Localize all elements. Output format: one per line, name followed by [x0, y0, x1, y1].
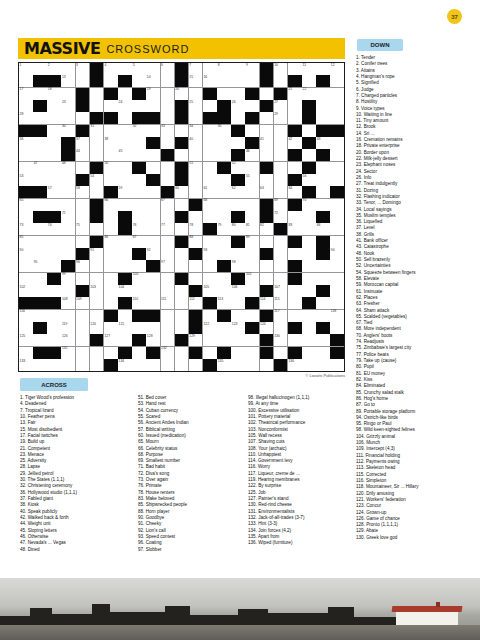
grid-cell[interactable]: [260, 260, 274, 272]
grid-cell[interactable]: 126: [61, 334, 75, 346]
grid-cell[interactable]: [175, 199, 189, 211]
grid-cell[interactable]: [47, 322, 61, 334]
grid-cell[interactable]: [76, 322, 90, 334]
grid-cell[interactable]: 24: [118, 100, 132, 112]
grid-cell[interactable]: [61, 248, 75, 260]
grid-cell[interactable]: [175, 347, 189, 359]
grid-cell[interactable]: [104, 285, 118, 297]
grid-cell[interactable]: [288, 248, 302, 260]
grid-cell[interactable]: [189, 260, 203, 272]
grid-cell[interactable]: [302, 322, 316, 334]
grid-cell[interactable]: 111: [161, 297, 175, 309]
grid-cell[interactable]: [33, 112, 47, 124]
grid-cell[interactable]: [118, 248, 132, 260]
grid-cell[interactable]: [330, 88, 344, 100]
grid-cell[interactable]: [132, 100, 146, 112]
grid-cell[interactable]: [231, 88, 245, 100]
grid-cell[interactable]: 12: [330, 63, 344, 75]
grid-cell[interactable]: 134: [118, 359, 132, 371]
grid-cell[interactable]: [118, 162, 132, 174]
grid-cell[interactable]: [33, 199, 47, 211]
grid-cell[interactable]: [231, 137, 245, 149]
grid-cell[interactable]: [316, 297, 330, 309]
grid-cell[interactable]: [330, 359, 344, 371]
grid-cell[interactable]: [302, 285, 316, 297]
grid-cell[interactable]: 106: [231, 285, 245, 297]
grid-cell[interactable]: [316, 359, 330, 371]
grid-cell[interactable]: 87: [132, 236, 146, 248]
grid-cell[interactable]: [260, 112, 274, 124]
grid-cell[interactable]: [118, 125, 132, 137]
grid-cell[interactable]: [61, 236, 75, 248]
grid-cell[interactable]: 100: [132, 273, 146, 285]
grid-cell[interactable]: [274, 260, 288, 272]
grid-cell[interactable]: [47, 359, 61, 371]
grid-cell[interactable]: [302, 75, 316, 87]
grid-cell[interactable]: [132, 359, 146, 371]
grid-cell[interactable]: 83: [288, 223, 302, 235]
grid-cell[interactable]: [76, 236, 90, 248]
grid-cell[interactable]: [189, 186, 203, 198]
grid-cell[interactable]: [90, 359, 104, 371]
grid-cell[interactable]: 35: [217, 125, 231, 137]
grid-cell[interactable]: [245, 310, 259, 322]
grid-cell[interactable]: [146, 236, 160, 248]
grid-cell[interactable]: [19, 211, 33, 223]
grid-cell[interactable]: [118, 260, 132, 272]
grid-cell[interactable]: [203, 149, 217, 161]
grid-cell[interactable]: [33, 248, 47, 260]
grid-cell[interactable]: [316, 100, 330, 112]
grid-cell[interactable]: 121: [118, 322, 132, 334]
grid-cell[interactable]: 136: [288, 359, 302, 371]
grid-cell[interactable]: [231, 310, 245, 322]
grid-cell[interactable]: [161, 162, 175, 174]
grid-cell[interactable]: [104, 125, 118, 137]
grid-cell[interactable]: [274, 162, 288, 174]
grid-cell[interactable]: [47, 125, 61, 137]
grid-cell[interactable]: [33, 174, 47, 186]
grid-cell[interactable]: [217, 285, 231, 297]
grid-cell[interactable]: [302, 359, 316, 371]
grid-cell[interactable]: [90, 273, 104, 285]
grid-cell[interactable]: 103: [90, 285, 104, 297]
grid-cell[interactable]: 84: [316, 223, 330, 235]
grid-cell[interactable]: 25: [189, 100, 203, 112]
grid-cell[interactable]: 32: [132, 125, 146, 137]
grid-cell[interactable]: [47, 310, 61, 322]
grid-cell[interactable]: 90: [19, 248, 33, 260]
grid-cell[interactable]: [189, 174, 203, 186]
grid-cell[interactable]: 122: [203, 322, 217, 334]
grid-cell[interactable]: [175, 149, 189, 161]
grid-cell[interactable]: [288, 162, 302, 174]
grid-cell[interactable]: [330, 199, 344, 211]
grid-cell[interactable]: 5: [132, 63, 146, 75]
grid-cell[interactable]: 62: [231, 186, 245, 198]
grid-cell[interactable]: 20: [175, 88, 189, 100]
grid-cell[interactable]: [330, 297, 344, 309]
grid-cell[interactable]: [302, 236, 316, 248]
grid-cell[interactable]: 78: [189, 223, 203, 235]
grid-cell[interactable]: [175, 223, 189, 235]
grid-cell[interactable]: 29: [274, 112, 288, 124]
grid-cell[interactable]: [104, 248, 118, 260]
grid-cell[interactable]: [330, 322, 344, 334]
grid-cell[interactable]: [161, 322, 175, 334]
grid-cell[interactable]: [47, 285, 61, 297]
grid-cell[interactable]: 101: [245, 273, 259, 285]
grid-cell[interactable]: [19, 149, 33, 161]
grid-cell[interactable]: [132, 174, 146, 186]
grid-cell[interactable]: 115: [274, 297, 288, 309]
grid-cell[interactable]: [260, 273, 274, 285]
grid-cell[interactable]: [90, 297, 104, 309]
grid-cell[interactable]: 45: [118, 149, 132, 161]
grid-cell[interactable]: [161, 285, 175, 297]
grid-cell[interactable]: [203, 162, 217, 174]
grid-cell[interactable]: 135: [217, 359, 231, 371]
grid-cell[interactable]: [146, 285, 160, 297]
grid-cell[interactable]: [175, 260, 189, 272]
grid-cell[interactable]: 105: [203, 285, 217, 297]
grid-cell[interactable]: [19, 322, 33, 334]
grid-cell[interactable]: [231, 248, 245, 260]
grid-cell[interactable]: [104, 260, 118, 272]
grid-cell[interactable]: [217, 149, 231, 161]
grid-cell[interactable]: [61, 63, 75, 75]
grid-cell[interactable]: [47, 248, 61, 260]
grid-cell[interactable]: [118, 310, 132, 322]
grid-cell[interactable]: [61, 285, 75, 297]
grid-cell[interactable]: 34: [189, 125, 203, 137]
grid-cell[interactable]: 41: [260, 137, 274, 149]
grid-cell[interactable]: [76, 310, 90, 322]
grid-cell[interactable]: 129: [189, 334, 203, 346]
grid-cell[interactable]: [274, 347, 288, 359]
grid-cell[interactable]: [132, 186, 146, 198]
grid-cell[interactable]: 40: [189, 137, 203, 149]
grid-cell[interactable]: 63: [260, 186, 274, 198]
grid-cell[interactable]: [47, 174, 61, 186]
grid-cell[interactable]: 71: [61, 211, 75, 223]
grid-cell[interactable]: 132: [161, 347, 175, 359]
grid-cell[interactable]: [316, 186, 330, 198]
grid-cell[interactable]: [260, 359, 274, 371]
grid-cell[interactable]: 125: [19, 334, 33, 346]
grid-cell[interactable]: 123: [231, 322, 245, 334]
grid-cell[interactable]: 94: [330, 248, 344, 260]
grid-cell[interactable]: [316, 199, 330, 211]
grid-cell[interactable]: [245, 334, 259, 346]
grid-cell[interactable]: [132, 199, 146, 211]
grid-cell[interactable]: [175, 359, 189, 371]
grid-cell[interactable]: 30: [61, 125, 75, 137]
grid-cell[interactable]: [245, 186, 259, 198]
grid-cell[interactable]: 56: [302, 174, 316, 186]
grid-cell[interactable]: [76, 199, 90, 211]
grid-cell[interactable]: 55: [245, 174, 259, 186]
grid-cell[interactable]: [175, 297, 189, 309]
grid-cell[interactable]: [132, 260, 146, 272]
grid-cell[interactable]: [330, 149, 344, 161]
grid-cell[interactable]: [161, 334, 175, 346]
grid-cell[interactable]: [146, 162, 160, 174]
grid-cell[interactable]: [61, 88, 75, 100]
grid-cell[interactable]: [61, 223, 75, 235]
grid-cell[interactable]: [217, 88, 231, 100]
grid-cell[interactable]: [274, 174, 288, 186]
grid-cell[interactable]: [217, 211, 231, 223]
grid-cell[interactable]: [146, 186, 160, 198]
grid-cell[interactable]: 92: [146, 248, 160, 260]
grid-cell[interactable]: 79: [217, 223, 231, 235]
grid-cell[interactable]: [61, 199, 75, 211]
grid-cell[interactable]: 82: [260, 223, 274, 235]
grid-cell[interactable]: [316, 260, 330, 272]
grid-cell[interactable]: [76, 334, 90, 346]
grid-cell[interactable]: [231, 334, 245, 346]
grid-cell[interactable]: 119: [61, 322, 75, 334]
grid-cell[interactable]: [302, 334, 316, 346]
grid-cell[interactable]: [231, 347, 245, 359]
grid-cell[interactable]: [61, 174, 75, 186]
grid-cell[interactable]: [274, 137, 288, 149]
grid-cell[interactable]: [189, 149, 203, 161]
grid-cell[interactable]: 133: [19, 359, 33, 371]
grid-cell[interactable]: 102: [19, 285, 33, 297]
grid-cell[interactable]: [217, 334, 231, 346]
grid-cell[interactable]: [316, 162, 330, 174]
grid-cell[interactable]: 91: [90, 248, 104, 260]
grid-cell[interactable]: 61: [203, 186, 217, 198]
grid-cell[interactable]: [47, 260, 61, 272]
grid-cell[interactable]: [274, 322, 288, 334]
grid-cell[interactable]: [330, 100, 344, 112]
grid-cell[interactable]: [203, 211, 217, 223]
grid-cell[interactable]: [19, 75, 33, 87]
grid-cell[interactable]: 2: [47, 63, 61, 75]
grid-cell[interactable]: [203, 236, 217, 248]
grid-cell[interactable]: [33, 359, 47, 371]
grid-cell[interactable]: [61, 310, 75, 322]
grid-cell[interactable]: [217, 273, 231, 285]
grid-cell[interactable]: [161, 174, 175, 186]
grid-cell[interactable]: [146, 359, 160, 371]
grid-cell[interactable]: [47, 334, 61, 346]
grid-cell[interactable]: 3: [76, 63, 90, 75]
grid-cell[interactable]: [260, 88, 274, 100]
grid-cell[interactable]: [33, 334, 47, 346]
grid-cell[interactable]: [231, 199, 245, 211]
grid-cell[interactable]: [61, 359, 75, 371]
grid-cell[interactable]: 42: [288, 137, 302, 149]
grid-cell[interactable]: [217, 322, 231, 334]
grid-cell[interactable]: 44: [76, 149, 90, 161]
grid-cell[interactable]: [274, 125, 288, 137]
grid-cell[interactable]: [203, 334, 217, 346]
grid-cell[interactable]: 98: [231, 260, 245, 272]
grid-cell[interactable]: 36: [19, 137, 33, 149]
grid-cell[interactable]: [245, 199, 259, 211]
grid-cell[interactable]: [231, 75, 245, 87]
grid-cell[interactable]: [118, 88, 132, 100]
grid-cell[interactable]: [146, 322, 160, 334]
grid-cell[interactable]: [330, 273, 344, 285]
grid-cell[interactable]: [19, 273, 33, 285]
grid-cell[interactable]: 19: [146, 88, 160, 100]
grid-cell[interactable]: [189, 273, 203, 285]
grid-cell[interactable]: 38: [104, 137, 118, 149]
grid-cell[interactable]: 127: [104, 334, 118, 346]
grid-cell[interactable]: 10: [274, 63, 288, 75]
grid-cell[interactable]: [104, 297, 118, 309]
grid-cell[interactable]: [316, 347, 330, 359]
grid-cell[interactable]: 27: [274, 100, 288, 112]
grid-cell[interactable]: [33, 310, 47, 322]
grid-cell[interactable]: [175, 310, 189, 322]
grid-cell[interactable]: [245, 260, 259, 272]
grid-cell[interactable]: [231, 297, 245, 309]
crossword-grid[interactable]: 1234567891011121314151617181920212223242…: [18, 62, 345, 372]
grid-cell[interactable]: 46: [245, 149, 259, 161]
grid-cell[interactable]: [146, 63, 160, 75]
grid-cell[interactable]: [118, 174, 132, 186]
grid-cell[interactable]: [19, 260, 33, 272]
grid-cell[interactable]: 47: [33, 162, 47, 174]
grid-cell[interactable]: 93: [203, 248, 217, 260]
grid-cell[interactable]: [146, 125, 160, 137]
grid-cell[interactable]: 13: [61, 75, 75, 87]
grid-cell[interactable]: [132, 137, 146, 149]
grid-cell[interactable]: [274, 149, 288, 161]
grid-cell[interactable]: 131: [61, 347, 75, 359]
grid-cell[interactable]: [76, 112, 90, 124]
grid-cell[interactable]: [203, 260, 217, 272]
grid-cell[interactable]: [47, 199, 61, 211]
grid-cell[interactable]: [288, 211, 302, 223]
grid-cell[interactable]: [76, 75, 90, 87]
grid-cell[interactable]: [245, 285, 259, 297]
grid-cell[interactable]: [61, 186, 75, 198]
grid-cell[interactable]: 57: [47, 186, 61, 198]
grid-cell[interactable]: [189, 88, 203, 100]
grid-cell[interactable]: [90, 260, 104, 272]
grid-cell[interactable]: 89: [245, 236, 259, 248]
grid-cell[interactable]: [76, 359, 90, 371]
grid-cell[interactable]: [161, 211, 175, 223]
grid-cell[interactable]: [330, 174, 344, 186]
grid-cell[interactable]: [90, 149, 104, 161]
grid-cell[interactable]: 118: [330, 310, 344, 322]
grid-cell[interactable]: 128: [146, 334, 160, 346]
grid-cell[interactable]: [90, 310, 104, 322]
grid-cell[interactable]: [217, 186, 231, 198]
grid-cell[interactable]: [132, 75, 146, 87]
grid-cell[interactable]: [175, 248, 189, 260]
grid-cell[interactable]: [245, 100, 259, 112]
grid-cell[interactable]: 104: [118, 285, 132, 297]
grid-cell[interactable]: [217, 248, 231, 260]
grid-cell[interactable]: 48: [61, 162, 75, 174]
grid-cell[interactable]: 50: [104, 162, 118, 174]
grid-cell[interactable]: 120: [90, 322, 104, 334]
grid-cell[interactable]: [47, 137, 61, 149]
grid-cell[interactable]: [146, 149, 160, 161]
grid-cell[interactable]: [61, 112, 75, 124]
grid-cell[interactable]: 22: [302, 88, 316, 100]
grid-cell[interactable]: [330, 162, 344, 174]
grid-cell[interactable]: 21: [288, 88, 302, 100]
grid-cell[interactable]: 14: [146, 75, 160, 87]
grid-cell[interactable]: 37: [76, 137, 90, 149]
grid-cell[interactable]: [146, 211, 160, 223]
grid-cell[interactable]: [146, 100, 160, 112]
grid-cell[interactable]: [90, 88, 104, 100]
grid-cell[interactable]: [146, 223, 160, 235]
grid-cell[interactable]: [245, 248, 259, 260]
grid-cell[interactable]: [302, 223, 316, 235]
grid-cell[interactable]: [288, 112, 302, 124]
grid-cell[interactable]: [302, 125, 316, 137]
grid-cell[interactable]: [330, 137, 344, 149]
grid-cell[interactable]: [302, 310, 316, 322]
grid-cell[interactable]: [316, 334, 330, 346]
grid-cell[interactable]: [302, 211, 316, 223]
grid-cell[interactable]: [161, 112, 175, 124]
grid-cell[interactable]: 52: [231, 162, 245, 174]
grid-cell[interactable]: [302, 248, 316, 260]
grid-cell[interactable]: [90, 100, 104, 112]
grid-cell[interactable]: [231, 63, 245, 75]
grid-cell[interactable]: 114: [260, 297, 274, 309]
grid-cell[interactable]: [245, 125, 259, 137]
grid-cell[interactable]: 86: [104, 236, 118, 248]
grid-cell[interactable]: 6: [161, 63, 175, 75]
grid-cell[interactable]: 74: [47, 223, 61, 235]
grid-cell[interactable]: [274, 236, 288, 248]
grid-cell[interactable]: 75: [76, 223, 90, 235]
grid-cell[interactable]: 130: [274, 334, 288, 346]
grid-cell[interactable]: 95: [33, 260, 47, 272]
grid-cell[interactable]: 59: [118, 186, 132, 198]
grid-cell[interactable]: 112: [189, 297, 203, 309]
grid-cell[interactable]: [132, 322, 146, 334]
grid-cell[interactable]: [217, 75, 231, 87]
grid-cell[interactable]: [161, 100, 175, 112]
grid-cell[interactable]: [288, 310, 302, 322]
grid-cell[interactable]: [203, 63, 217, 75]
grid-cell[interactable]: 64: [288, 186, 302, 198]
grid-cell[interactable]: [161, 75, 175, 87]
grid-cell[interactable]: [217, 174, 231, 186]
grid-cell[interactable]: [47, 149, 61, 161]
grid-cell[interactable]: 66: [104, 199, 118, 211]
grid-cell[interactable]: [118, 334, 132, 346]
grid-cell[interactable]: [33, 88, 47, 100]
grid-cell[interactable]: 51: [189, 162, 203, 174]
grid-cell[interactable]: 69: [274, 199, 288, 211]
grid-cell[interactable]: [274, 186, 288, 198]
grid-cell[interactable]: 8: [217, 63, 231, 75]
grid-cell[interactable]: [203, 125, 217, 137]
grid-cell[interactable]: [33, 137, 47, 149]
grid-cell[interactable]: [33, 236, 47, 248]
grid-cell[interactable]: 43: [316, 137, 330, 149]
grid-cell[interactable]: [47, 162, 61, 174]
grid-cell[interactable]: [146, 273, 160, 285]
grid-cell[interactable]: [302, 149, 316, 161]
